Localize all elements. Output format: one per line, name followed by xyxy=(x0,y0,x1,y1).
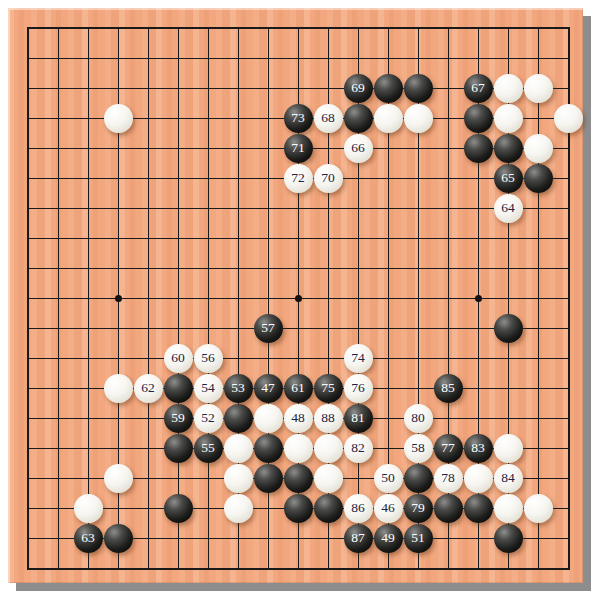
move-number: 76 xyxy=(351,381,365,395)
stone-black-16-4[interactable] xyxy=(494,134,523,163)
stone-black-14-16[interactable] xyxy=(434,494,463,523)
move-number: 65 xyxy=(501,171,515,185)
move-number: 51 xyxy=(411,531,425,545)
stone-white-6-11[interactable]: 56 xyxy=(194,344,223,373)
move-number: 75 xyxy=(321,381,335,395)
stone-black-8-14[interactable] xyxy=(254,434,283,463)
move-number: 85 xyxy=(441,381,455,395)
stone-black-5-13[interactable]: 59 xyxy=(164,404,193,433)
stone-black-9-16[interactable] xyxy=(284,494,313,523)
stone-black-13-17[interactable]: 51 xyxy=(404,524,433,553)
stone-white-10-14[interactable] xyxy=(314,434,343,463)
stone-white-10-13[interactable]: 88 xyxy=(314,404,343,433)
stone-black-16-5[interactable]: 65 xyxy=(494,164,523,193)
stone-white-9-14[interactable] xyxy=(284,434,313,463)
move-number: 55 xyxy=(201,441,215,455)
move-number: 84 xyxy=(501,471,515,485)
stone-white-3-15[interactable] xyxy=(104,464,133,493)
stone-white-16-2[interactable] xyxy=(494,74,523,103)
stone-black-11-17[interactable]: 87 xyxy=(344,524,373,553)
stone-white-11-11[interactable]: 74 xyxy=(344,344,373,373)
stone-white-12-3[interactable] xyxy=(374,104,403,133)
stone-white-4-12[interactable]: 62 xyxy=(134,374,163,403)
stone-black-8-15[interactable] xyxy=(254,464,283,493)
stone-black-5-16[interactable] xyxy=(164,494,193,523)
stone-black-11-13[interactable]: 81 xyxy=(344,404,373,433)
stone-black-15-3[interactable] xyxy=(464,104,493,133)
stone-black-15-2[interactable]: 67 xyxy=(464,74,493,103)
move-number: 61 xyxy=(291,381,305,395)
stone-white-13-14[interactable]: 58 xyxy=(404,434,433,463)
stone-white-3-3[interactable] xyxy=(104,104,133,133)
stone-black-16-17[interactable] xyxy=(494,524,523,553)
stone-white-5-11[interactable]: 60 xyxy=(164,344,193,373)
move-number: 81 xyxy=(351,411,365,425)
stone-black-15-14[interactable]: 83 xyxy=(464,434,493,463)
stone-white-6-13[interactable]: 52 xyxy=(194,404,223,433)
stone-white-9-13[interactable]: 48 xyxy=(284,404,313,433)
move-number: 49 xyxy=(381,531,395,545)
stone-black-5-12[interactable] xyxy=(164,374,193,403)
move-number: 72 xyxy=(291,171,305,185)
stone-white-11-4[interactable]: 66 xyxy=(344,134,373,163)
move-number: 64 xyxy=(501,201,515,215)
stone-white-8-13[interactable] xyxy=(254,404,283,433)
move-number: 62 xyxy=(141,381,155,395)
stone-black-2-17[interactable]: 63 xyxy=(74,524,103,553)
stone-black-14-14[interactable]: 77 xyxy=(434,434,463,463)
move-number: 88 xyxy=(321,411,335,425)
stone-black-6-14[interactable]: 55 xyxy=(194,434,223,463)
move-number: 74 xyxy=(351,351,365,365)
stone-white-7-14[interactable] xyxy=(224,434,253,463)
move-number: 66 xyxy=(351,141,365,155)
stone-black-11-3[interactable] xyxy=(344,104,373,133)
move-number: 83 xyxy=(471,441,485,455)
stone-white-7-16[interactable] xyxy=(224,494,253,523)
stone-white-13-13[interactable]: 80 xyxy=(404,404,433,433)
stone-white-11-14[interactable]: 82 xyxy=(344,434,373,463)
move-number: 53 xyxy=(231,381,245,395)
stone-white-13-3[interactable] xyxy=(404,104,433,133)
move-number: 82 xyxy=(351,441,365,455)
stone-black-16-10[interactable] xyxy=(494,314,523,343)
stone-black-9-4[interactable]: 71 xyxy=(284,134,313,163)
stone-black-12-2[interactable] xyxy=(374,74,403,103)
stone-black-3-17[interactable] xyxy=(104,524,133,553)
stone-black-8-12[interactable]: 47 xyxy=(254,374,283,403)
stone-white-9-5[interactable]: 72 xyxy=(284,164,313,193)
go-board[interactable]: 6967736871667270656457605674625453476175… xyxy=(8,8,583,583)
stone-black-9-12[interactable]: 61 xyxy=(284,374,313,403)
star-point xyxy=(475,295,482,302)
move-number: 73 xyxy=(291,111,305,125)
stone-white-12-16[interactable]: 46 xyxy=(374,494,403,523)
stone-black-13-2[interactable] xyxy=(404,74,433,103)
stone-black-14-12[interactable]: 85 xyxy=(434,374,463,403)
stone-white-16-14[interactable] xyxy=(494,434,523,463)
stone-white-16-16[interactable] xyxy=(494,494,523,523)
stone-black-8-10[interactable]: 57 xyxy=(254,314,283,343)
move-number: 77 xyxy=(441,441,455,455)
stone-white-17-4[interactable] xyxy=(524,134,553,163)
stone-black-11-2[interactable]: 69 xyxy=(344,74,373,103)
stone-white-10-15[interactable] xyxy=(314,464,343,493)
stone-white-10-5[interactable]: 70 xyxy=(314,164,343,193)
stone-black-10-16[interactable] xyxy=(314,494,343,523)
stone-black-15-4[interactable] xyxy=(464,134,493,163)
stone-white-10-3[interactable]: 68 xyxy=(314,104,343,133)
stone-black-13-16[interactable]: 79 xyxy=(404,494,433,523)
stone-white-17-2[interactable] xyxy=(524,74,553,103)
stone-white-16-6[interactable]: 64 xyxy=(494,194,523,223)
move-number: 52 xyxy=(201,411,215,425)
stone-white-12-15[interactable]: 50 xyxy=(374,464,403,493)
move-number: 63 xyxy=(81,531,95,545)
move-number: 68 xyxy=(321,111,335,125)
stone-white-17-16[interactable] xyxy=(524,494,553,523)
stone-black-7-12[interactable]: 53 xyxy=(224,374,253,403)
move-number: 50 xyxy=(381,471,395,485)
move-number: 78 xyxy=(441,471,455,485)
move-number: 87 xyxy=(351,531,365,545)
stone-white-11-12[interactable]: 76 xyxy=(344,374,373,403)
move-number: 47 xyxy=(261,381,275,395)
stone-white-15-15[interactable] xyxy=(464,464,493,493)
stone-white-16-15[interactable]: 84 xyxy=(494,464,523,493)
stone-white-3-12[interactable] xyxy=(104,374,133,403)
stone-white-16-3[interactable] xyxy=(494,104,523,133)
move-number: 79 xyxy=(411,501,425,515)
move-number: 80 xyxy=(411,411,425,425)
star-point xyxy=(115,295,122,302)
stone-black-10-12[interactable]: 75 xyxy=(314,374,343,403)
stone-white-11-16[interactable]: 86 xyxy=(344,494,373,523)
stone-black-17-5[interactable] xyxy=(524,164,553,193)
move-number: 71 xyxy=(291,141,305,155)
stone-black-7-13[interactable] xyxy=(224,404,253,433)
move-number: 46 xyxy=(381,501,395,515)
move-number: 69 xyxy=(351,81,365,95)
stone-white-7-15[interactable] xyxy=(224,464,253,493)
stone-white-2-16[interactable] xyxy=(74,494,103,523)
move-number: 56 xyxy=(201,351,215,365)
stone-black-15-16[interactable] xyxy=(464,494,493,523)
stone-white-18-3[interactable] xyxy=(554,104,583,133)
stone-black-9-3[interactable]: 73 xyxy=(284,104,313,133)
stone-white-14-15[interactable]: 78 xyxy=(434,464,463,493)
move-number: 67 xyxy=(471,81,485,95)
stone-black-12-17[interactable]: 49 xyxy=(374,524,403,553)
stone-black-13-15[interactable] xyxy=(404,464,433,493)
move-number: 60 xyxy=(171,351,185,365)
move-number: 59 xyxy=(171,411,185,425)
move-number: 58 xyxy=(411,441,425,455)
move-number: 54 xyxy=(201,381,215,395)
stone-black-9-15[interactable] xyxy=(284,464,313,493)
star-point xyxy=(295,295,302,302)
move-number: 86 xyxy=(351,501,365,515)
move-number: 57 xyxy=(261,321,275,335)
stone-white-6-12[interactable]: 54 xyxy=(194,374,223,403)
move-number: 48 xyxy=(291,411,305,425)
stone-black-5-14[interactable] xyxy=(164,434,193,463)
move-number: 70 xyxy=(321,171,335,185)
